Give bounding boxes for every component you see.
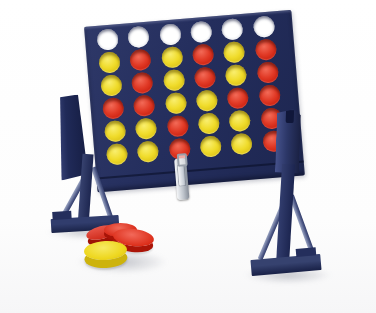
cell-r3c2-red-disc[interactable] [131,72,154,95]
cell-r4c6-red-disc[interactable] [258,84,281,107]
cell-r1c3-empty-hole[interactable] [159,23,182,46]
cell-r4c4-yellow-disc[interactable] [196,89,219,112]
board-grid [91,14,290,167]
cell-r6c5-yellow-disc[interactable] [231,133,254,156]
cell-r3c5-yellow-disc[interactable] [225,64,248,87]
right-leg-post [276,164,295,267]
cell-r1c4-empty-hole[interactable] [190,21,213,44]
cell-r6c2-yellow-disc[interactable] [137,140,160,163]
cell-r6c4-yellow-disc[interactable] [200,135,223,158]
cell-r3c4-red-disc[interactable] [194,66,217,89]
connect-four-photo [0,0,376,313]
cell-r2c3-yellow-disc[interactable] [161,46,184,69]
cell-r3c6-red-disc[interactable] [256,61,279,84]
game-board[interactable] [84,10,305,192]
cell-r5c3-red-disc[interactable] [166,115,189,138]
cell-r4c2-red-disc[interactable] [133,94,156,117]
cell-r3c1-yellow-disc[interactable] [100,74,123,97]
cell-r1c2-empty-hole[interactable] [128,26,151,49]
cell-r5c4-yellow-disc[interactable] [198,112,221,135]
cell-r4c3-yellow-disc[interactable] [165,92,188,115]
cell-r5c5-yellow-disc[interactable] [229,110,252,133]
cell-r2c4-red-disc[interactable] [192,43,215,66]
cell-r4c1-red-disc[interactable] [102,97,125,120]
cell-r2c5-yellow-disc[interactable] [223,41,246,64]
cell-r4c5-red-disc[interactable] [227,87,250,110]
cell-r3c3-yellow-disc[interactable] [163,69,186,92]
cell-r2c2-red-disc[interactable] [130,49,153,72]
cell-r1c5-empty-hole[interactable] [221,18,244,41]
cell-r5c1-yellow-disc[interactable] [104,120,127,143]
cell-r2c6-red-disc[interactable] [254,38,277,61]
cell-r1c1-empty-hole[interactable] [96,28,119,51]
cell-r5c2-yellow-disc[interactable] [135,117,158,140]
cell-r1c6-empty-hole[interactable] [253,15,276,38]
cell-r6c1-yellow-disc[interactable] [106,143,129,166]
metal-latch-icon[interactable] [174,158,189,200]
cell-r2c1-yellow-disc[interactable] [98,51,121,74]
